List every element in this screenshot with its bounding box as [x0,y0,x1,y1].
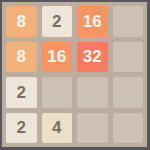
tile-r4c2: 4 [42,113,73,144]
tile-r3c1: 2 [6,77,37,108]
tile-r2c3: 32 [77,42,108,73]
tile-r2c2: 16 [42,42,73,73]
tile-r3c4 [113,77,144,108]
tile-r3c3 [77,77,108,108]
tile-r2c1: 8 [6,42,37,73]
tile-r1c4 [113,6,144,37]
tile-r1c3: 16 [77,6,108,37]
tile-r2c4 [113,42,144,73]
tile-r3c2 [42,77,73,108]
tile-r4c3 [77,113,108,144]
tile-r4c1: 2 [6,113,37,144]
tile-r1c1: 8 [6,6,37,37]
board-2048[interactable]: 8 2 16 8 16 32 2 2 4 [0,0,150,150]
tile-r1c2: 2 [42,6,73,37]
tile-r4c4 [113,113,144,144]
